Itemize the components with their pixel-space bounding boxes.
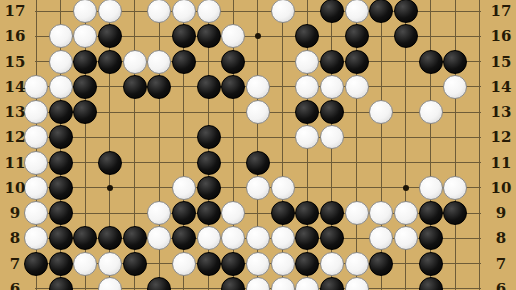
stone-black[interactable]: [49, 151, 73, 175]
stone-white[interactable]: [73, 252, 97, 276]
row-label-left-17: 17: [0, 1, 31, 21]
stone-black[interactable]: [320, 277, 344, 290]
stone-white[interactable]: [49, 50, 73, 74]
row-label-right-15: 15: [485, 52, 516, 72]
grid-line-vertical: [455, 0, 456, 290]
stone-white[interactable]: [369, 100, 393, 124]
stone-black[interactable]: [419, 252, 443, 276]
stone-white[interactable]: [246, 226, 270, 250]
stone-black[interactable]: [221, 277, 245, 290]
stone-black[interactable]: [49, 125, 73, 149]
stone-white[interactable]: [98, 252, 122, 276]
stone-black[interactable]: [49, 252, 73, 276]
stone-white[interactable]: [246, 75, 270, 99]
row-label-left-10: 10: [0, 178, 31, 198]
row-label-right-12: 12: [485, 127, 516, 147]
stone-black[interactable]: [419, 226, 443, 250]
stone-white[interactable]: [271, 176, 295, 200]
stone-black[interactable]: [197, 151, 221, 175]
stone-black[interactable]: [221, 252, 245, 276]
stone-white[interactable]: [147, 226, 171, 250]
stone-white[interactable]: [172, 176, 196, 200]
stone-black[interactable]: [221, 75, 245, 99]
star-point: [107, 185, 113, 191]
row-label-right-16: 16: [485, 26, 516, 46]
row-label-left-15: 15: [0, 52, 31, 72]
stone-black[interactable]: [345, 24, 369, 48]
stone-black[interactable]: [320, 226, 344, 250]
row-label-right-17: 17: [485, 1, 516, 21]
stone-white[interactable]: [443, 176, 467, 200]
stone-black[interactable]: [295, 100, 319, 124]
stone-white[interactable]: [221, 201, 245, 225]
stone-white[interactable]: [197, 0, 221, 23]
stone-black[interactable]: [98, 226, 122, 250]
stone-black[interactable]: [197, 176, 221, 200]
stone-white[interactable]: [345, 0, 369, 23]
stone-black[interactable]: [295, 24, 319, 48]
stone-black[interactable]: [49, 226, 73, 250]
stone-white[interactable]: [271, 0, 295, 23]
row-label-left-7: 7: [0, 254, 31, 274]
stone-black[interactable]: [197, 75, 221, 99]
stone-white[interactable]: [369, 201, 393, 225]
star-point: [403, 185, 409, 191]
stone-black[interactable]: [320, 0, 344, 23]
stone-black[interactable]: [320, 201, 344, 225]
stone-black[interactable]: [295, 252, 319, 276]
stone-white[interactable]: [443, 75, 467, 99]
row-label-right-14: 14: [485, 77, 516, 97]
row-label-right-13: 13: [485, 102, 516, 122]
row-label-left-16: 16: [0, 26, 31, 46]
stone-black[interactable]: [271, 201, 295, 225]
stone-white[interactable]: [246, 100, 270, 124]
stone-black[interactable]: [320, 50, 344, 74]
stone-white[interactable]: [345, 75, 369, 99]
stone-white[interactable]: [271, 277, 295, 290]
stone-black[interactable]: [197, 252, 221, 276]
stone-white[interactable]: [98, 277, 122, 290]
stone-black[interactable]: [295, 226, 319, 250]
stone-white[interactable]: [320, 75, 344, 99]
stone-black[interactable]: [73, 75, 97, 99]
stone-black[interactable]: [419, 50, 443, 74]
stone-white[interactable]: [49, 75, 73, 99]
stone-white[interactable]: [147, 0, 171, 23]
grid-line-vertical: [479, 0, 480, 290]
stone-white[interactable]: [271, 226, 295, 250]
stone-black[interactable]: [419, 201, 443, 225]
stone-white[interactable]: [295, 277, 319, 290]
stone-white[interactable]: [147, 201, 171, 225]
stone-white[interactable]: [369, 226, 393, 250]
stone-black[interactable]: [49, 201, 73, 225]
stone-black[interactable]: [197, 24, 221, 48]
stone-white[interactable]: [320, 252, 344, 276]
row-label-left-8: 8: [0, 228, 31, 248]
stone-white[interactable]: [419, 176, 443, 200]
row-label-right-8: 8: [485, 228, 516, 248]
stone-black[interactable]: [172, 50, 196, 74]
stone-black[interactable]: [172, 24, 196, 48]
stone-black[interactable]: [98, 151, 122, 175]
stone-white[interactable]: [419, 100, 443, 124]
stone-black[interactable]: [49, 277, 73, 290]
stone-white[interactable]: [147, 50, 171, 74]
row-label-right-10: 10: [485, 178, 516, 198]
stone-black[interactable]: [147, 75, 171, 99]
row-label-right-6: 6: [485, 279, 516, 290]
stone-black[interactable]: [419, 277, 443, 290]
stone-black[interactable]: [443, 50, 467, 74]
go-board[interactable]: 1717161615151414131312121111101099887766: [0, 0, 516, 290]
row-label-right-7: 7: [485, 254, 516, 274]
stone-white[interactable]: [345, 277, 369, 290]
stone-white[interactable]: [197, 226, 221, 250]
stone-black[interactable]: [123, 226, 147, 250]
stone-white[interactable]: [172, 0, 196, 23]
row-label-right-9: 9: [485, 203, 516, 223]
stone-black[interactable]: [197, 125, 221, 149]
row-label-left-6: 6: [0, 279, 31, 290]
stone-black[interactable]: [246, 151, 270, 175]
stone-white[interactable]: [49, 24, 73, 48]
row-label-left-12: 12: [0, 127, 31, 147]
stone-white[interactable]: [246, 252, 270, 276]
stone-white[interactable]: [221, 226, 245, 250]
stone-white[interactable]: [345, 201, 369, 225]
stone-white[interactable]: [320, 125, 344, 149]
row-label-left-11: 11: [0, 153, 31, 173]
stone-white[interactable]: [73, 24, 97, 48]
stone-black[interactable]: [73, 100, 97, 124]
stone-black[interactable]: [73, 50, 97, 74]
stone-white[interactable]: [73, 0, 97, 23]
stone-black[interactable]: [394, 0, 418, 23]
stone-black[interactable]: [197, 201, 221, 225]
stone-black[interactable]: [123, 252, 147, 276]
go-board-screenshot: 1717161615151414131312121111101099887766: [0, 0, 516, 290]
stone-white[interactable]: [295, 50, 319, 74]
stone-black[interactable]: [49, 100, 73, 124]
stone-white[interactable]: [246, 277, 270, 290]
grid-line-horizontal: [35, 137, 481, 138]
star-point: [255, 33, 261, 39]
stone-white[interactable]: [271, 252, 295, 276]
stone-black[interactable]: [147, 277, 171, 290]
row-label-left-9: 9: [0, 203, 31, 223]
stone-black[interactable]: [98, 50, 122, 74]
stone-white[interactable]: [295, 125, 319, 149]
stone-black[interactable]: [320, 100, 344, 124]
stone-black[interactable]: [49, 176, 73, 200]
stone-white[interactable]: [98, 0, 122, 23]
stone-black[interactable]: [295, 201, 319, 225]
stone-white[interactable]: [394, 201, 418, 225]
stone-white[interactable]: [394, 226, 418, 250]
row-label-right-11: 11: [485, 153, 516, 173]
stone-white[interactable]: [345, 252, 369, 276]
stone-black[interactable]: [443, 201, 467, 225]
stone-black[interactable]: [369, 252, 393, 276]
stone-black[interactable]: [172, 201, 196, 225]
row-label-left-14: 14: [0, 77, 31, 97]
stone-black[interactable]: [73, 226, 97, 250]
row-label-left-13: 13: [0, 102, 31, 122]
stone-white[interactable]: [246, 176, 270, 200]
stone-black[interactable]: [221, 50, 245, 74]
stone-black[interactable]: [123, 75, 147, 99]
stone-white[interactable]: [295, 75, 319, 99]
stone-black[interactable]: [369, 0, 393, 23]
stone-black[interactable]: [345, 50, 369, 74]
stone-black[interactable]: [394, 24, 418, 48]
stone-white[interactable]: [123, 50, 147, 74]
stone-black[interactable]: [98, 24, 122, 48]
stone-black[interactable]: [172, 226, 196, 250]
stone-white[interactable]: [172, 252, 196, 276]
stone-white[interactable]: [221, 24, 245, 48]
